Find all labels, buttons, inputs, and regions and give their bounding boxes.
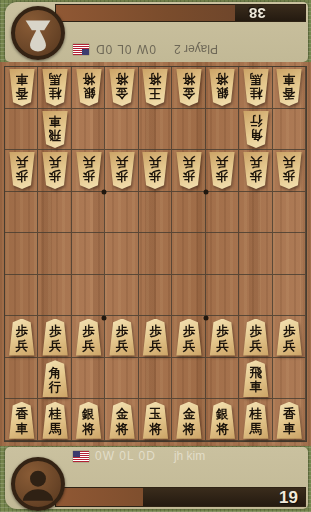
- kanji-char: 歩: [183, 324, 196, 339]
- kanji-char: 歩: [183, 169, 196, 184]
- top-player-info: 0W 0L 0D Player 2: [73, 42, 218, 56]
- square-4b[interactable]: [172, 109, 205, 151]
- kanji-char: 将: [82, 71, 95, 86]
- piece-sente-gold[interactable]: 金将: [175, 402, 203, 439]
- square-8e[interactable]: [38, 233, 71, 275]
- person-avatar-icon: [15, 461, 61, 507]
- piece-gote-pawn[interactable]: 歩兵: [8, 152, 36, 189]
- kanji-char: 金: [116, 407, 129, 422]
- kanji-char: 金: [116, 86, 129, 101]
- square-6d[interactable]: [105, 192, 138, 234]
- square-4f[interactable]: [172, 275, 205, 317]
- kanji-char: 桂: [250, 86, 263, 101]
- square-1e[interactable]: [273, 233, 306, 275]
- piece-sente-pawn[interactable]: 歩兵: [108, 319, 136, 356]
- kanji-char: 歩: [116, 324, 129, 339]
- star-point: [204, 190, 209, 195]
- top-player-name: Player 2: [174, 42, 218, 56]
- square-3i[interactable]: 銀将: [206, 399, 239, 441]
- kanji-char: 将: [82, 422, 95, 437]
- square-5c[interactable]: 歩兵: [139, 150, 172, 192]
- square-5a[interactable]: 王将: [139, 67, 172, 109]
- piece-sente-silver[interactable]: 銀将: [208, 402, 236, 439]
- kanji-char: 歩: [49, 169, 62, 184]
- square-6c[interactable]: 歩兵: [105, 150, 138, 192]
- square-3c[interactable]: 歩兵: [206, 150, 239, 192]
- kanji-char: 兵: [116, 339, 129, 354]
- kanji-char: 将: [149, 422, 162, 437]
- kanji-char: 歩: [49, 324, 62, 339]
- square-7e[interactable]: [72, 233, 105, 275]
- kanji-char: 玉: [149, 407, 162, 422]
- kanji-char: 馬: [49, 422, 62, 437]
- kanji-char: 車: [15, 422, 28, 437]
- square-8i[interactable]: 桂馬: [38, 399, 71, 441]
- piece-gote-silver[interactable]: 銀将: [75, 69, 103, 106]
- square-2b[interactable]: 角行: [239, 109, 272, 151]
- board-grid: 香車桂馬銀将金将王将金将銀将桂馬香車飛車角行歩兵歩兵歩兵歩兵歩兵歩兵歩兵歩兵歩兵…: [4, 66, 307, 442]
- square-2h[interactable]: 飛車: [239, 358, 272, 400]
- kanji-char: 香: [283, 86, 296, 101]
- kanji-char: 香: [283, 407, 296, 422]
- kanji-char: 将: [216, 71, 229, 86]
- kanji-char: 飛: [49, 128, 62, 143]
- piece-gote-lance[interactable]: 香車: [275, 69, 303, 106]
- top-player-avatar: [11, 6, 65, 60]
- square-1a[interactable]: 香車: [273, 67, 306, 109]
- piece-gote-pawn[interactable]: 歩兵: [108, 152, 136, 189]
- us-flag-icon: [73, 451, 89, 462]
- kanji-char: 角: [250, 128, 263, 143]
- square-7a[interactable]: 銀将: [72, 67, 105, 109]
- kanji-char: 飛: [250, 366, 263, 381]
- top-player-clockbar: 38: [55, 4, 306, 22]
- square-2a[interactable]: 桂馬: [239, 67, 272, 109]
- square-3f[interactable]: [206, 275, 239, 317]
- top-player-record: 0W 0L 0D: [95, 42, 156, 56]
- piece-gote-gold[interactable]: 金将: [175, 69, 203, 106]
- kanji-char: 兵: [82, 339, 95, 354]
- piece-sente-pawn[interactable]: 歩兵: [75, 319, 103, 356]
- piece-sente-pawn[interactable]: 歩兵: [175, 319, 203, 356]
- piece-sente-silver[interactable]: 銀将: [75, 402, 103, 439]
- top-player-panel: 38 0W 0L 0D Player 2: [5, 2, 308, 62]
- kanji-char: 将: [116, 422, 129, 437]
- kanji-char: 香: [15, 86, 28, 101]
- us-flag-icon: [73, 44, 89, 55]
- kanji-char: 銀: [216, 407, 229, 422]
- kanji-char: 桂: [250, 407, 263, 422]
- square-4h[interactable]: [172, 358, 205, 400]
- square-9e[interactable]: [5, 233, 38, 275]
- square-3b[interactable]: [206, 109, 239, 151]
- square-2i[interactable]: 桂馬: [239, 399, 272, 441]
- kanji-char: 兵: [250, 339, 263, 354]
- square-5f[interactable]: [139, 275, 172, 317]
- kanji-char: 将: [116, 71, 129, 86]
- square-7h[interactable]: [72, 358, 105, 400]
- square-1b[interactable]: [273, 109, 306, 151]
- square-2c[interactable]: 歩兵: [239, 150, 272, 192]
- bottom-player-info: 0W 0L 0D jh kim: [73, 449, 205, 463]
- piece-gote-king[interactable]: 王将: [141, 69, 169, 106]
- square-4i[interactable]: 金将: [172, 399, 205, 441]
- square-3e[interactable]: [206, 233, 239, 275]
- square-9h[interactable]: [5, 358, 38, 400]
- square-3g[interactable]: 歩兵: [206, 316, 239, 358]
- kanji-char: 将: [149, 71, 162, 86]
- kanji-char: 角: [49, 366, 62, 381]
- kanji-char: 行: [250, 113, 263, 128]
- piece-sente-knight[interactable]: 桂馬: [41, 402, 69, 439]
- square-4c[interactable]: 歩兵: [172, 150, 205, 192]
- square-4a[interactable]: 金将: [172, 67, 205, 109]
- piece-gote-lance[interactable]: 香車: [8, 69, 36, 106]
- piece-gote-pawn[interactable]: 歩兵: [141, 152, 169, 189]
- square-8b[interactable]: 飛車: [38, 109, 71, 151]
- kanji-char: 銀: [216, 86, 229, 101]
- square-1i[interactable]: 香車: [273, 399, 306, 441]
- piece-sente-knight[interactable]: 桂馬: [242, 402, 270, 439]
- kanji-char: 王: [149, 86, 162, 101]
- square-6b[interactable]: [105, 109, 138, 151]
- kanji-char: 歩: [15, 169, 28, 184]
- bottom-player-name: jh kim: [174, 449, 205, 463]
- kanji-char: 歩: [283, 324, 296, 339]
- kanji-char: 歩: [283, 169, 296, 184]
- kanji-char: 車: [250, 380, 263, 395]
- kanji-char: 桂: [49, 86, 62, 101]
- star-point: [204, 316, 209, 321]
- square-9b[interactable]: [5, 109, 38, 151]
- square-9f[interactable]: [5, 275, 38, 317]
- square-1f[interactable]: [273, 275, 306, 317]
- square-6a[interactable]: 金将: [105, 67, 138, 109]
- square-4g[interactable]: 歩兵: [172, 316, 205, 358]
- square-1g[interactable]: 歩兵: [273, 316, 306, 358]
- star-point: [102, 190, 107, 195]
- kanji-char: 将: [183, 71, 196, 86]
- square-2f[interactable]: [239, 275, 272, 317]
- square-8f[interactable]: [38, 275, 71, 317]
- piece-gote-pawn[interactable]: 歩兵: [275, 152, 303, 189]
- top-clockbar-elapsed: [235, 5, 305, 21]
- square-5h[interactable]: [139, 358, 172, 400]
- kanji-char: 桂: [49, 407, 62, 422]
- square-9i[interactable]: 香車: [5, 399, 38, 441]
- piece-gote-bishop[interactable]: 角行: [242, 111, 270, 148]
- piece-sente-lance[interactable]: 香車: [275, 402, 303, 439]
- square-5e[interactable]: [139, 233, 172, 275]
- piece-gote-pawn[interactable]: 歩兵: [242, 152, 270, 189]
- kanji-char: 馬: [49, 71, 62, 86]
- kanji-char: 兵: [15, 339, 28, 354]
- kanji-char: 兵: [82, 154, 95, 169]
- top-player-clock: 38: [249, 5, 266, 22]
- piece-gote-gold[interactable]: 金将: [108, 69, 136, 106]
- bottom-player-panel: 0W 0L 0D jh kim 19: [5, 447, 308, 509]
- piece-sente-king[interactable]: 玉将: [141, 402, 169, 439]
- piece-sente-pawn[interactable]: 歩兵: [208, 319, 236, 356]
- square-3h[interactable]: [206, 358, 239, 400]
- kanji-char: 歩: [250, 324, 263, 339]
- kanji-char: 歩: [216, 324, 229, 339]
- shogi-piece-avatar-icon: [15, 10, 61, 56]
- square-1c[interactable]: 歩兵: [273, 150, 306, 192]
- piece-sente-pawn[interactable]: 歩兵: [141, 319, 169, 356]
- square-7i[interactable]: 銀将: [72, 399, 105, 441]
- square-8h[interactable]: 角行: [38, 358, 71, 400]
- kanji-char: 兵: [116, 154, 129, 169]
- bottom-player-clock: 19: [279, 488, 298, 508]
- kanji-char: 馬: [250, 422, 263, 437]
- piece-gote-rook[interactable]: 飛車: [41, 111, 69, 148]
- kanji-char: 兵: [183, 339, 196, 354]
- bottom-player-avatar: [11, 457, 65, 511]
- square-1d[interactable]: [273, 192, 306, 234]
- piece-sente-pawn[interactable]: 歩兵: [275, 319, 303, 356]
- piece-gote-pawn[interactable]: 歩兵: [175, 152, 203, 189]
- kanji-char: 歩: [82, 169, 95, 184]
- kanji-char: 兵: [216, 154, 229, 169]
- piece-sente-bishop[interactable]: 角行: [41, 360, 69, 397]
- square-9c[interactable]: 歩兵: [5, 150, 38, 192]
- star-point: [102, 316, 107, 321]
- piece-gote-knight[interactable]: 桂馬: [41, 69, 69, 106]
- square-7f[interactable]: [72, 275, 105, 317]
- square-6i[interactable]: 金将: [105, 399, 138, 441]
- kanji-char: 銀: [82, 407, 95, 422]
- kanji-char: 馬: [250, 71, 263, 86]
- kanji-char: 歩: [149, 169, 162, 184]
- square-6h[interactable]: [105, 358, 138, 400]
- square-7b[interactable]: [72, 109, 105, 151]
- kanji-char: 兵: [216, 339, 229, 354]
- kanji-char: 車: [283, 71, 296, 86]
- square-1h[interactable]: [273, 358, 306, 400]
- kanji-char: 歩: [116, 169, 129, 184]
- kanji-char: 車: [283, 422, 296, 437]
- square-6e[interactable]: [105, 233, 138, 275]
- square-3d[interactable]: [206, 192, 239, 234]
- kanji-char: 車: [49, 113, 62, 128]
- piece-sente-pawn[interactable]: 歩兵: [8, 319, 36, 356]
- piece-gote-pawn[interactable]: 歩兵: [208, 152, 236, 189]
- piece-gote-pawn[interactable]: 歩兵: [41, 152, 69, 189]
- square-8g[interactable]: 歩兵: [38, 316, 71, 358]
- square-7c[interactable]: 歩兵: [72, 150, 105, 192]
- piece-gote-silver[interactable]: 銀将: [208, 69, 236, 106]
- kanji-char: 銀: [82, 86, 95, 101]
- square-8c[interactable]: 歩兵: [38, 150, 71, 192]
- kanji-char: 兵: [183, 154, 196, 169]
- square-5g[interactable]: 歩兵: [139, 316, 172, 358]
- piece-gote-pawn[interactable]: 歩兵: [75, 152, 103, 189]
- kanji-char: 兵: [149, 154, 162, 169]
- square-6f[interactable]: [105, 275, 138, 317]
- kanji-char: 将: [183, 422, 196, 437]
- kanji-char: 車: [15, 71, 28, 86]
- square-2g[interactable]: 歩兵: [239, 316, 272, 358]
- square-2e[interactable]: [239, 233, 272, 275]
- kanji-char: 将: [216, 422, 229, 437]
- piece-sente-pawn[interactable]: 歩兵: [41, 319, 69, 356]
- kanji-char: 歩: [82, 324, 95, 339]
- piece-sente-pawn[interactable]: 歩兵: [242, 319, 270, 356]
- square-5i[interactable]: 玉将: [139, 399, 172, 441]
- kanji-char: 行: [49, 380, 62, 395]
- square-7g[interactable]: 歩兵: [72, 316, 105, 358]
- kanji-char: 香: [15, 407, 28, 422]
- bottom-player-record: 0W 0L 0D: [95, 449, 156, 463]
- kanji-char: 兵: [250, 154, 263, 169]
- square-7d[interactable]: [72, 192, 105, 234]
- square-5b[interactable]: [139, 109, 172, 151]
- square-3a[interactable]: 銀将: [206, 67, 239, 109]
- bottom-player-clockbar: 19: [55, 487, 306, 507]
- square-9d[interactable]: [5, 192, 38, 234]
- kanji-char: 兵: [149, 339, 162, 354]
- square-4e[interactable]: [172, 233, 205, 275]
- kanji-char: 兵: [49, 339, 62, 354]
- kanji-char: 金: [183, 86, 196, 101]
- kanji-char: 歩: [15, 324, 28, 339]
- square-6g[interactable]: 歩兵: [105, 316, 138, 358]
- square-9a[interactable]: 香車: [5, 67, 38, 109]
- kanji-char: 兵: [283, 339, 296, 354]
- kanji-char: 歩: [216, 169, 229, 184]
- kanji-char: 兵: [15, 154, 28, 169]
- square-5d[interactable]: [139, 192, 172, 234]
- square-8a[interactable]: 桂馬: [38, 67, 71, 109]
- kanji-char: 金: [183, 407, 196, 422]
- square-2d[interactable]: [239, 192, 272, 234]
- piece-sente-gold[interactable]: 金将: [108, 402, 136, 439]
- piece-sente-lance[interactable]: 香車: [8, 402, 36, 439]
- square-8d[interactable]: [38, 192, 71, 234]
- piece-gote-knight[interactable]: 桂馬: [242, 69, 270, 106]
- kanji-char: 兵: [283, 154, 296, 169]
- square-4d[interactable]: [172, 192, 205, 234]
- kanji-char: 歩: [250, 169, 263, 184]
- square-9g[interactable]: 歩兵: [5, 316, 38, 358]
- shogi-board: 香車桂馬銀将金将王将金将銀将桂馬香車飛車角行歩兵歩兵歩兵歩兵歩兵歩兵歩兵歩兵歩兵…: [0, 62, 311, 446]
- kanji-char: 兵: [49, 154, 62, 169]
- piece-sente-rook[interactable]: 飛車: [242, 360, 270, 397]
- kanji-char: 歩: [149, 324, 162, 339]
